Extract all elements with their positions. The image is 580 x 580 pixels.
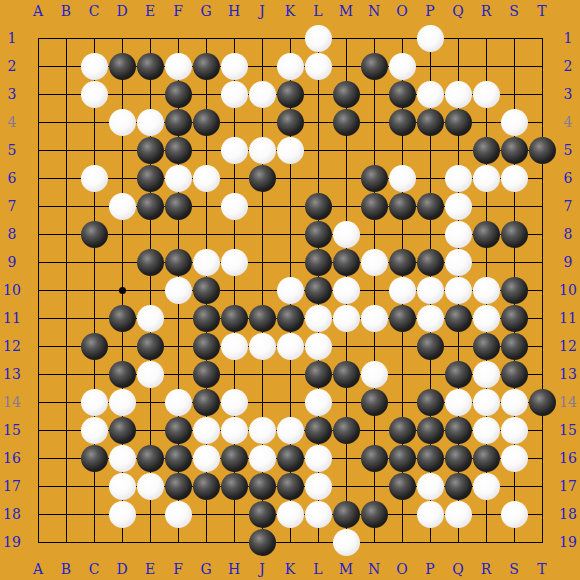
stone-white-e11[interactable] <box>137 305 164 332</box>
row-label-left-15: 15 <box>0 422 24 438</box>
stone-white-s16[interactable] <box>501 445 528 472</box>
stone-black-k3[interactable] <box>277 81 304 108</box>
stone-white-q18[interactable] <box>445 501 472 528</box>
stone-black-n16[interactable] <box>361 445 388 472</box>
column-label-top-a: A <box>26 3 50 19</box>
column-label-bottom-k: K <box>278 561 302 577</box>
stone-black-f7[interactable] <box>165 193 192 220</box>
stone-white-q9[interactable] <box>445 249 472 276</box>
row-label-left-9: 9 <box>0 254 24 270</box>
stone-white-r14[interactable] <box>473 389 500 416</box>
stone-black-c16[interactable] <box>81 445 108 472</box>
stone-black-o11[interactable] <box>389 305 416 332</box>
stone-black-j6[interactable] <box>249 165 276 192</box>
column-label-bottom-t: T <box>530 561 554 577</box>
stone-white-g9[interactable] <box>193 249 220 276</box>
row-label-right-5: 5 <box>556 142 580 158</box>
row-label-left-19: 19 <box>0 534 24 550</box>
stone-white-s18[interactable] <box>501 501 528 528</box>
column-label-top-p: P <box>418 3 442 19</box>
row-label-right-4: 4 <box>556 114 580 130</box>
stone-black-r12[interactable] <box>473 333 500 360</box>
stone-black-p12[interactable] <box>417 333 444 360</box>
column-label-bottom-f: F <box>166 561 190 577</box>
stone-white-q6[interactable] <box>445 165 472 192</box>
stone-white-c3[interactable] <box>81 81 108 108</box>
column-label-bottom-o: O <box>390 561 414 577</box>
stone-black-f4[interactable] <box>165 109 192 136</box>
row-label-left-14: 14 <box>0 394 24 410</box>
stone-black-r8[interactable] <box>473 221 500 248</box>
row-label-left-5: 5 <box>0 142 24 158</box>
stone-white-g16[interactable] <box>193 445 220 472</box>
stone-black-n14[interactable] <box>361 389 388 416</box>
stone-black-j17[interactable] <box>249 473 276 500</box>
column-label-top-o: O <box>390 3 414 19</box>
stone-white-e4[interactable] <box>137 109 164 136</box>
stone-black-m13[interactable] <box>333 361 360 388</box>
row-label-right-15: 15 <box>556 422 580 438</box>
stone-black-k17[interactable] <box>277 473 304 500</box>
column-label-bottom-g: G <box>194 561 218 577</box>
stone-black-p14[interactable] <box>417 389 444 416</box>
stone-white-c2[interactable] <box>81 53 108 80</box>
stone-black-f16[interactable] <box>165 445 192 472</box>
stone-white-j12[interactable] <box>249 333 276 360</box>
column-label-top-k: K <box>278 3 302 19</box>
column-label-top-q: Q <box>446 3 470 19</box>
stone-white-l11[interactable] <box>305 305 332 332</box>
stone-white-m19[interactable] <box>333 529 360 556</box>
stone-black-j11[interactable] <box>249 305 276 332</box>
stone-white-j15[interactable] <box>249 417 276 444</box>
column-label-bottom-m: M <box>334 561 358 577</box>
stone-black-k11[interactable] <box>277 305 304 332</box>
stone-white-m8[interactable] <box>333 221 360 248</box>
stone-white-l1[interactable] <box>305 25 332 52</box>
stone-white-p11[interactable] <box>417 305 444 332</box>
column-label-bottom-a: A <box>26 561 50 577</box>
row-label-left-10: 10 <box>0 282 24 298</box>
stone-black-m18[interactable] <box>333 501 360 528</box>
stone-white-q8[interactable] <box>445 221 472 248</box>
column-label-top-n: N <box>362 3 386 19</box>
stone-white-j5[interactable] <box>249 137 276 164</box>
stone-black-g13[interactable] <box>193 361 220 388</box>
stone-white-r3[interactable] <box>473 81 500 108</box>
stone-black-e16[interactable] <box>137 445 164 472</box>
row-label-right-18: 18 <box>556 506 580 522</box>
column-label-top-s: S <box>502 3 526 19</box>
stone-black-m9[interactable] <box>333 249 360 276</box>
row-label-right-7: 7 <box>556 198 580 214</box>
stone-black-l10[interactable] <box>305 277 332 304</box>
stone-white-g15[interactable] <box>193 417 220 444</box>
stone-black-h11[interactable] <box>221 305 248 332</box>
column-label-bottom-s: S <box>502 561 526 577</box>
column-label-bottom-d: D <box>110 561 134 577</box>
stone-black-d11[interactable] <box>109 305 136 332</box>
stone-black-s5[interactable] <box>501 137 528 164</box>
row-label-left-4: 4 <box>0 114 24 130</box>
stone-black-l8[interactable] <box>305 221 332 248</box>
stone-white-p18[interactable] <box>417 501 444 528</box>
row-label-right-19: 19 <box>556 534 580 550</box>
stone-white-d7[interactable] <box>109 193 136 220</box>
row-label-left-11: 11 <box>0 310 24 326</box>
stone-white-f18[interactable] <box>165 501 192 528</box>
stone-black-s11[interactable] <box>501 305 528 332</box>
stone-white-q14[interactable] <box>445 389 472 416</box>
stone-black-d13[interactable] <box>109 361 136 388</box>
stone-black-s12[interactable] <box>501 333 528 360</box>
stone-white-f10[interactable] <box>165 277 192 304</box>
stone-black-q4[interactable] <box>445 109 472 136</box>
stone-white-l14[interactable] <box>305 389 332 416</box>
column-label-bottom-b: B <box>54 561 78 577</box>
row-label-right-8: 8 <box>556 226 580 242</box>
stone-black-r5[interactable] <box>473 137 500 164</box>
stone-black-e5[interactable] <box>137 137 164 164</box>
row-label-right-10: 10 <box>556 282 580 298</box>
stone-white-c14[interactable] <box>81 389 108 416</box>
stone-white-l2[interactable] <box>305 53 332 80</box>
stone-white-h9[interactable] <box>221 249 248 276</box>
column-label-top-h: H <box>222 3 246 19</box>
row-label-left-18: 18 <box>0 506 24 522</box>
stone-black-n2[interactable] <box>361 53 388 80</box>
row-label-right-2: 2 <box>556 58 580 74</box>
stone-black-j18[interactable] <box>249 501 276 528</box>
stone-white-s14[interactable] <box>501 389 528 416</box>
stone-white-q3[interactable] <box>445 81 472 108</box>
stone-black-c8[interactable] <box>81 221 108 248</box>
stone-white-h12[interactable] <box>221 333 248 360</box>
stone-black-n6[interactable] <box>361 165 388 192</box>
stone-black-f17[interactable] <box>165 473 192 500</box>
stone-black-m15[interactable] <box>333 417 360 444</box>
column-label-bottom-l: L <box>306 561 330 577</box>
row-label-left-8: 8 <box>0 226 24 242</box>
stone-white-n9[interactable] <box>361 249 388 276</box>
stone-white-m10[interactable] <box>333 277 360 304</box>
stone-white-n11[interactable] <box>361 305 388 332</box>
stone-black-j19[interactable] <box>249 529 276 556</box>
stone-white-r11[interactable] <box>473 305 500 332</box>
column-label-top-d: D <box>110 3 134 19</box>
stone-white-e17[interactable] <box>137 473 164 500</box>
stone-white-e13[interactable] <box>137 361 164 388</box>
stone-black-p15[interactable] <box>417 417 444 444</box>
stone-black-e6[interactable] <box>137 165 164 192</box>
stone-white-p10[interactable] <box>417 277 444 304</box>
row-label-right-13: 13 <box>556 366 580 382</box>
stone-white-d17[interactable] <box>109 473 136 500</box>
stone-white-l17[interactable] <box>305 473 332 500</box>
stone-white-h15[interactable] <box>221 417 248 444</box>
stone-black-q13[interactable] <box>445 361 472 388</box>
row-label-left-13: 13 <box>0 366 24 382</box>
row-label-right-17: 17 <box>556 478 580 494</box>
row-label-right-16: 16 <box>556 450 580 466</box>
stone-black-h16[interactable] <box>221 445 248 472</box>
stone-black-s10[interactable] <box>501 277 528 304</box>
stone-white-f2[interactable] <box>165 53 192 80</box>
stone-black-q16[interactable] <box>445 445 472 472</box>
stone-white-d14[interactable] <box>109 389 136 416</box>
stone-white-k18[interactable] <box>277 501 304 528</box>
row-label-left-12: 12 <box>0 338 24 354</box>
go-board[interactable]: AABBCCDDEEFFGGHHJJKKLLMMNNOOPPQQRRSSTT11… <box>0 0 580 580</box>
stone-white-s4[interactable] <box>501 109 528 136</box>
stone-black-l15[interactable] <box>305 417 332 444</box>
stone-white-k15[interactable] <box>277 417 304 444</box>
row-label-right-3: 3 <box>556 86 580 102</box>
column-label-top-f: F <box>166 3 190 19</box>
stone-white-o2[interactable] <box>389 53 416 80</box>
column-label-bottom-j: J <box>250 561 274 577</box>
stone-black-k4[interactable] <box>277 109 304 136</box>
column-label-top-t: T <box>530 3 554 19</box>
stone-black-r16[interactable] <box>473 445 500 472</box>
stone-black-m3[interactable] <box>333 81 360 108</box>
row-label-right-12: 12 <box>556 338 580 354</box>
stone-white-l12[interactable] <box>305 333 332 360</box>
stone-black-l13[interactable] <box>305 361 332 388</box>
stone-black-p7[interactable] <box>417 193 444 220</box>
stone-black-n7[interactable] <box>361 193 388 220</box>
row-label-left-3: 3 <box>0 86 24 102</box>
stone-black-o9[interactable] <box>389 249 416 276</box>
stone-white-f14[interactable] <box>165 389 192 416</box>
stone-white-d4[interactable] <box>109 109 136 136</box>
stone-black-e7[interactable] <box>137 193 164 220</box>
stone-black-g17[interactable] <box>193 473 220 500</box>
stone-black-e12[interactable] <box>137 333 164 360</box>
stone-white-p3[interactable] <box>417 81 444 108</box>
stone-black-p4[interactable] <box>417 109 444 136</box>
star-point-d10 <box>119 287 126 294</box>
stone-white-q10[interactable] <box>445 277 472 304</box>
stone-white-l18[interactable] <box>305 501 332 528</box>
stone-white-r6[interactable] <box>473 165 500 192</box>
stone-white-k10[interactable] <box>277 277 304 304</box>
stone-white-p1[interactable] <box>417 25 444 52</box>
column-label-bottom-r: R <box>474 561 498 577</box>
stone-black-c12[interactable] <box>81 333 108 360</box>
stone-black-g12[interactable] <box>193 333 220 360</box>
stone-black-o17[interactable] <box>389 473 416 500</box>
column-label-top-e: E <box>138 3 162 19</box>
row-label-left-7: 7 <box>0 198 24 214</box>
stone-black-g10[interactable] <box>193 277 220 304</box>
stone-black-h17[interactable] <box>221 473 248 500</box>
stone-black-g11[interactable] <box>193 305 220 332</box>
row-label-left-1: 1 <box>0 30 24 46</box>
column-label-top-m: M <box>334 3 358 19</box>
stone-white-r10[interactable] <box>473 277 500 304</box>
stone-white-s15[interactable] <box>501 417 528 444</box>
stone-white-p17[interactable] <box>417 473 444 500</box>
stone-white-o10[interactable] <box>389 277 416 304</box>
stone-black-q15[interactable] <box>445 417 472 444</box>
stone-black-g4[interactable] <box>193 109 220 136</box>
stone-black-f3[interactable] <box>165 81 192 108</box>
stone-black-l7[interactable] <box>305 193 332 220</box>
stone-white-h7[interactable] <box>221 193 248 220</box>
stone-black-d15[interactable] <box>109 417 136 444</box>
stone-black-s8[interactable] <box>501 221 528 248</box>
stone-black-g14[interactable] <box>193 389 220 416</box>
column-label-top-j: J <box>250 3 274 19</box>
stone-white-h2[interactable] <box>221 53 248 80</box>
column-label-top-c: C <box>82 3 106 19</box>
stone-black-f15[interactable] <box>165 417 192 444</box>
row-label-right-6: 6 <box>556 170 580 186</box>
stone-white-c6[interactable] <box>81 165 108 192</box>
row-label-left-17: 17 <box>0 478 24 494</box>
column-label-bottom-e: E <box>138 561 162 577</box>
stone-black-n18[interactable] <box>361 501 388 528</box>
column-label-bottom-p: P <box>418 561 442 577</box>
stone-white-r17[interactable] <box>473 473 500 500</box>
stone-white-j3[interactable] <box>249 81 276 108</box>
row-label-right-11: 11 <box>556 310 580 326</box>
stone-black-d2[interactable] <box>109 53 136 80</box>
stone-black-p16[interactable] <box>417 445 444 472</box>
row-label-left-6: 6 <box>0 170 24 186</box>
stone-black-p9[interactable] <box>417 249 444 276</box>
stone-black-s13[interactable] <box>501 361 528 388</box>
row-label-left-16: 16 <box>0 450 24 466</box>
stone-black-o7[interactable] <box>389 193 416 220</box>
stone-black-q11[interactable] <box>445 305 472 332</box>
stone-black-k16[interactable] <box>277 445 304 472</box>
stone-white-q7[interactable] <box>445 193 472 220</box>
column-label-top-r: R <box>474 3 498 19</box>
stone-black-q17[interactable] <box>445 473 472 500</box>
column-label-bottom-c: C <box>82 561 106 577</box>
stone-white-j16[interactable] <box>249 445 276 472</box>
column-label-bottom-q: Q <box>446 561 470 577</box>
stone-black-t14[interactable] <box>529 389 556 416</box>
stone-white-k5[interactable] <box>277 137 304 164</box>
stone-white-d16[interactable] <box>109 445 136 472</box>
column-label-bottom-n: N <box>362 561 386 577</box>
stone-white-k12[interactable] <box>277 333 304 360</box>
column-label-top-g: G <box>194 3 218 19</box>
stone-white-c15[interactable] <box>81 417 108 444</box>
stone-black-e2[interactable] <box>137 53 164 80</box>
stone-black-t5[interactable] <box>529 137 556 164</box>
stone-white-g6[interactable] <box>193 165 220 192</box>
column-label-bottom-h: H <box>222 561 246 577</box>
stone-white-d18[interactable] <box>109 501 136 528</box>
stone-black-o4[interactable] <box>389 109 416 136</box>
stone-white-m11[interactable] <box>333 305 360 332</box>
stone-black-m4[interactable] <box>333 109 360 136</box>
stone-white-k2[interactable] <box>277 53 304 80</box>
row-label-right-1: 1 <box>556 30 580 46</box>
stone-black-o3[interactable] <box>389 81 416 108</box>
stone-black-l9[interactable] <box>305 249 332 276</box>
stone-white-o6[interactable] <box>389 165 416 192</box>
stone-black-o15[interactable] <box>389 417 416 444</box>
row-label-right-14: 14 <box>556 394 580 410</box>
stone-white-l16[interactable] <box>305 445 332 472</box>
stone-black-e9[interactable] <box>137 249 164 276</box>
row-label-left-2: 2 <box>0 58 24 74</box>
stone-white-f6[interactable] <box>165 165 192 192</box>
row-label-right-9: 9 <box>556 254 580 270</box>
stone-white-r13[interactable] <box>473 361 500 388</box>
stone-white-r15[interactable] <box>473 417 500 444</box>
stone-black-g2[interactable] <box>193 53 220 80</box>
stone-black-f9[interactable] <box>165 249 192 276</box>
stone-black-o16[interactable] <box>389 445 416 472</box>
column-label-top-l: L <box>306 3 330 19</box>
stone-white-h3[interactable] <box>221 81 248 108</box>
stone-white-h5[interactable] <box>221 137 248 164</box>
stone-white-h14[interactable] <box>221 389 248 416</box>
stone-white-n13[interactable] <box>361 361 388 388</box>
stone-white-s6[interactable] <box>501 165 528 192</box>
column-label-top-b: B <box>54 3 78 19</box>
stone-black-f5[interactable] <box>165 137 192 164</box>
